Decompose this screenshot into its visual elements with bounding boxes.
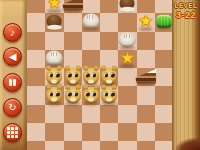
hamster-ear-icon: [94, 66, 99, 71]
pause-icon: [9, 79, 16, 86]
star-piece[interactable]: ★: [119, 50, 135, 66]
hamster-muzzle-icon: [70, 98, 76, 102]
level-box: LEVEL 3-22: [172, 2, 200, 20]
piece-shadow: [83, 27, 98, 31]
dumpling-piece[interactable]: [119, 32, 136, 47]
piece-shadow: [84, 101, 98, 105]
pause-button[interactable]: [3, 73, 22, 92]
hamster-eye-icon: [49, 91, 54, 96]
hamster-piece[interactable]: [83, 68, 99, 85]
hamster-muzzle-icon: [106, 79, 112, 83]
hamster-piece[interactable]: [46, 86, 62, 103]
hamster-muzzle-icon: [70, 79, 76, 83]
hamster-muzzle-icon: [51, 98, 57, 102]
star-icon: ★: [139, 13, 152, 29]
hamster-muzzle-icon: [106, 98, 112, 102]
pieces-layer: ★★★: [27, 0, 173, 150]
jelly-piece[interactable]: [156, 15, 171, 28]
piece-shadow: [65, 101, 79, 105]
hamster-ear-icon: [112, 66, 117, 71]
piece-shadow: [102, 101, 116, 105]
piece-shadow: [121, 8, 135, 12]
hamster-eye-icon: [110, 91, 115, 96]
star-icon: ★: [121, 50, 134, 66]
level-label: LEVEL: [172, 2, 200, 9]
hamster-eye-icon: [55, 91, 60, 96]
piece-shadow: [136, 82, 155, 86]
hamster-ear-icon: [46, 84, 51, 89]
star-piece[interactable]: ★: [138, 13, 154, 29]
piece-shadow: [48, 26, 62, 30]
music-icon: ♪: [10, 28, 15, 38]
hamster-ear-icon: [76, 66, 81, 71]
restart-button[interactable]: ↻: [3, 98, 22, 117]
hamster-eye-icon: [110, 73, 115, 78]
hamster-ear-icon: [76, 84, 81, 89]
sidebar: ♪◀↻: [0, 0, 27, 150]
hamster-ear-icon: [83, 66, 88, 71]
hamster-piece[interactable]: [65, 86, 81, 103]
menu-grid-icon: [7, 127, 18, 138]
hamster-eye-icon: [92, 73, 97, 78]
level-value: 3-22: [172, 10, 200, 20]
hamster-eye-icon: [74, 73, 79, 78]
hamster-ear-icon: [65, 66, 70, 71]
hamster-ear-icon: [46, 66, 51, 71]
game-screen: ★★★ ♪◀↻ LEVEL 3-22: [0, 0, 200, 150]
piece-shadow: [157, 26, 171, 30]
hamster-eye-icon: [74, 91, 79, 96]
bun-piece[interactable]: [120, 0, 135, 10]
hamster-ear-icon: [94, 84, 99, 89]
bun-piece[interactable]: [47, 15, 62, 28]
hamster-ear-icon: [112, 84, 117, 89]
hamster-muzzle-icon: [88, 79, 94, 83]
hamster-ear-icon: [57, 84, 62, 89]
hamster-piece[interactable]: [46, 68, 62, 85]
hamster-ear-icon: [65, 84, 70, 89]
dumpling-piece[interactable]: [46, 51, 63, 66]
piece-shadow: [63, 9, 82, 13]
hamster-ear-icon: [83, 84, 88, 89]
dumpling-piece[interactable]: [82, 14, 99, 29]
board: ★★★: [27, 0, 173, 150]
table-edge-shadow: [176, 138, 200, 150]
music-button[interactable]: ♪: [3, 23, 22, 42]
hamster-eye-icon: [104, 73, 109, 78]
hamster-eye-icon: [67, 73, 72, 78]
hamster-eye-icon: [49, 73, 54, 78]
cake-piece[interactable]: [135, 69, 156, 84]
hamster-eye-icon: [55, 73, 60, 78]
star-piece[interactable]: ★: [46, 0, 62, 11]
star-icon: ★: [48, 0, 61, 11]
hamster-piece[interactable]: [101, 86, 117, 103]
sound-icon: ◀: [9, 52, 17, 62]
cake-piece[interactable]: [62, 0, 83, 11]
sound-button[interactable]: ◀: [3, 47, 22, 66]
level-panel: LEVEL 3-22: [172, 0, 200, 150]
hamster-ear-icon: [57, 66, 62, 71]
hamster-eye-icon: [92, 91, 97, 96]
hamster-ear-icon: [101, 84, 106, 89]
hamster-piece[interactable]: [83, 86, 99, 103]
hamster-piece[interactable]: [65, 68, 81, 85]
hamster-eye-icon: [85, 91, 90, 96]
hamster-muzzle-icon: [88, 98, 94, 102]
hamster-eye-icon: [85, 73, 90, 78]
hamster-piece[interactable]: [101, 68, 117, 85]
hamster-eye-icon: [67, 91, 72, 96]
hamster-ear-icon: [101, 66, 106, 71]
hamster-muzzle-icon: [51, 79, 57, 83]
hamster-eye-icon: [104, 91, 109, 96]
menu-button[interactable]: [3, 123, 22, 142]
piece-shadow: [47, 101, 61, 105]
restart-icon: ↻: [8, 103, 16, 113]
